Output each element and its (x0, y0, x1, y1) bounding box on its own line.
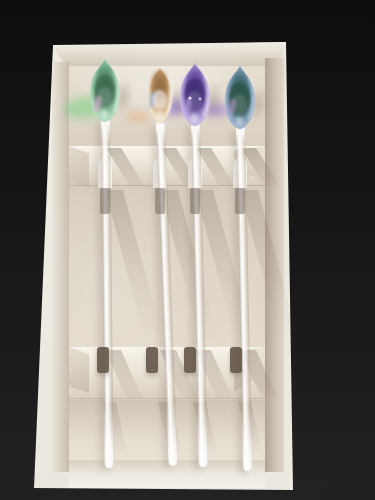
spoon-bowl-icon (220, 65, 260, 135)
swizzle-spoon-green (85, 58, 125, 474)
glass-stem (236, 128, 252, 471)
swizzle-spoon-purple (175, 62, 215, 478)
photo-stage (0, 0, 375, 500)
swizzle-spoon-champagne (140, 64, 180, 480)
slot-mark-top (235, 188, 245, 214)
spoon-bowl-icon (141, 64, 179, 130)
slot-mark-top (155, 188, 165, 214)
glass-stem (156, 124, 178, 466)
slot-mark-bottom (146, 347, 158, 373)
swizzle-spoon-blue (220, 65, 260, 481)
gift-box (30, 40, 295, 492)
slot-mark-top (100, 188, 110, 214)
slot-mark-bottom (230, 347, 242, 373)
slot-mark-bottom (184, 347, 196, 373)
spoon-bowl-icon (85, 58, 125, 128)
glass-stem (191, 123, 208, 467)
box-left-wall (52, 62, 69, 472)
spoon-bowl-icon (175, 62, 215, 132)
slot-mark-bottom (97, 347, 109, 373)
slot-mark-top (190, 188, 200, 214)
